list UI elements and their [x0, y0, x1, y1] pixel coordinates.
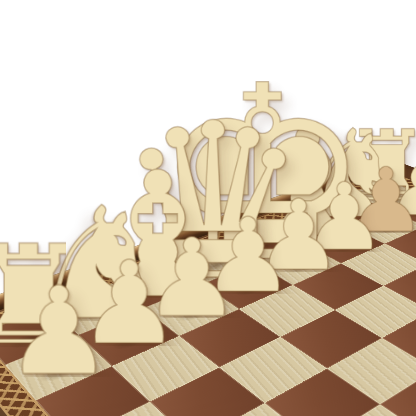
chess-set-photo: ♜♞♝♛♚♝♞♜♟♟♟♟♟♟♟♟	[0, 0, 416, 416]
chess-board: ♜♞♝♛♚♝♞♜♟♟♟♟♟♟♟♟	[0, 158, 416, 416]
